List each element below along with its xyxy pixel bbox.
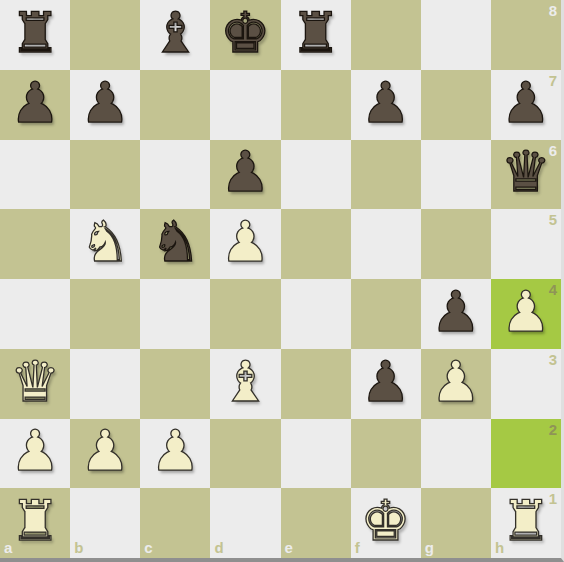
piece-black-pawn[interactable]: ♟ [80,75,130,131]
square-e5[interactable] [281,209,351,279]
square-h4[interactable]: 4♟ [491,279,561,349]
square-g8[interactable] [421,0,491,70]
square-a2[interactable]: ♟ [0,419,70,489]
file-label-b: b [74,540,83,555]
square-h6[interactable]: 6♛ [491,140,561,210]
file-label-c: c [144,540,152,555]
square-e1[interactable]: e [281,488,351,558]
piece-white-pawn[interactable]: ♟ [501,284,551,340]
piece-black-pawn[interactable]: ♟ [501,75,551,131]
square-h2[interactable]: 2 [491,419,561,489]
square-d7[interactable] [210,70,280,140]
square-d4[interactable] [210,279,280,349]
piece-black-queen[interactable]: ♛ [501,144,551,200]
piece-black-king[interactable]: ♚ [220,5,270,61]
square-c6[interactable] [140,140,210,210]
file-label-d: d [214,540,223,555]
piece-white-pawn[interactable]: ♟ [431,354,481,410]
square-d1[interactable]: d [210,488,280,558]
square-f3[interactable]: ♟ [351,349,421,419]
square-g1[interactable]: g [421,488,491,558]
square-a7[interactable]: ♟ [0,70,70,140]
square-e2[interactable] [281,419,351,489]
square-g5[interactable] [421,209,491,279]
piece-white-king[interactable]: ♚ [361,493,411,549]
square-b8[interactable] [70,0,140,70]
square-h8[interactable]: 8 [491,0,561,70]
square-d8[interactable]: ♚ [210,0,280,70]
file-label-e: e [285,540,293,555]
square-a4[interactable] [0,279,70,349]
piece-black-pawn[interactable]: ♟ [10,75,60,131]
square-c5[interactable]: ♞ [140,209,210,279]
square-f2[interactable] [351,419,421,489]
square-g6[interactable] [421,140,491,210]
square-h5[interactable]: 5 [491,209,561,279]
square-g4[interactable]: ♟ [421,279,491,349]
square-a1[interactable]: a♜ [0,488,70,558]
square-f6[interactable] [351,140,421,210]
piece-black-pawn[interactable]: ♟ [361,75,411,131]
square-f5[interactable] [351,209,421,279]
square-b2[interactable]: ♟ [70,419,140,489]
piece-black-rook[interactable]: ♜ [290,5,340,61]
piece-black-pawn[interactable]: ♟ [361,354,411,410]
square-e6[interactable] [281,140,351,210]
piece-white-pawn[interactable]: ♟ [80,423,130,479]
piece-white-pawn[interactable]: ♟ [150,423,200,479]
piece-white-pawn[interactable]: ♟ [220,214,270,270]
rank-label-3: 3 [549,352,557,367]
square-c7[interactable] [140,70,210,140]
file-label-f: f [355,540,360,555]
piece-white-queen[interactable]: ♛ [10,354,60,410]
chess-board-frame: ♜♝♚♜8♟♟♟7♟♟6♛♞♞♟5♟4♟♛♝♟♟3♟♟♟2a♜bcdef♚g1h… [0,0,564,562]
piece-black-pawn[interactable]: ♟ [220,144,270,200]
square-g7[interactable] [421,70,491,140]
square-b7[interactable]: ♟ [70,70,140,140]
piece-white-bishop[interactable]: ♝ [220,354,270,410]
square-a8[interactable]: ♜ [0,0,70,70]
rank-label-5: 5 [549,212,557,227]
square-h3[interactable]: 3 [491,349,561,419]
square-b1[interactable]: b [70,488,140,558]
piece-white-knight[interactable]: ♞ [80,214,130,270]
square-a3[interactable]: ♛ [0,349,70,419]
square-g3[interactable]: ♟ [421,349,491,419]
piece-white-rook[interactable]: ♜ [10,493,60,549]
square-g2[interactable] [421,419,491,489]
square-h1[interactable]: 1h♜ [491,488,561,558]
square-e7[interactable] [281,70,351,140]
square-f1[interactable]: f♚ [351,488,421,558]
square-e3[interactable] [281,349,351,419]
piece-black-bishop[interactable]: ♝ [150,5,200,61]
piece-black-pawn[interactable]: ♟ [431,284,481,340]
piece-white-rook[interactable]: ♜ [501,493,551,549]
square-f7[interactable]: ♟ [351,70,421,140]
square-b5[interactable]: ♞ [70,209,140,279]
square-d2[interactable] [210,419,280,489]
square-c1[interactable]: c [140,488,210,558]
square-b6[interactable] [70,140,140,210]
file-label-g: g [425,540,434,555]
chess-board: ♜♝♚♜8♟♟♟7♟♟6♛♞♞♟5♟4♟♛♝♟♟3♟♟♟2a♜bcdef♚g1h… [0,0,561,558]
square-f8[interactable] [351,0,421,70]
square-e8[interactable]: ♜ [281,0,351,70]
square-h7[interactable]: 7♟ [491,70,561,140]
square-f4[interactable] [351,279,421,349]
rank-label-8: 8 [549,3,557,18]
square-b4[interactable] [70,279,140,349]
piece-black-knight[interactable]: ♞ [150,214,200,270]
square-a6[interactable] [0,140,70,210]
square-a5[interactable] [0,209,70,279]
square-c8[interactable]: ♝ [140,0,210,70]
square-c3[interactable] [140,349,210,419]
square-c2[interactable]: ♟ [140,419,210,489]
square-d3[interactable]: ♝ [210,349,280,419]
square-d5[interactable]: ♟ [210,209,280,279]
piece-white-pawn[interactable]: ♟ [10,423,60,479]
rank-label-2: 2 [549,422,557,437]
square-e4[interactable] [281,279,351,349]
square-c4[interactable] [140,279,210,349]
piece-black-rook[interactable]: ♜ [10,5,60,61]
square-b3[interactable] [70,349,140,419]
square-d6[interactable]: ♟ [210,140,280,210]
